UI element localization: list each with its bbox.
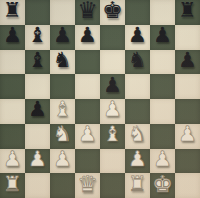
square-g8[interactable] [150, 0, 175, 25]
square-a1[interactable]: ♜ [0, 173, 25, 198]
square-a8[interactable]: ♜ [0, 0, 25, 25]
square-c4[interactable]: ♝ [50, 99, 75, 124]
square-d1[interactable]: ♛ [75, 173, 100, 198]
square-d8[interactable]: ♛ [75, 0, 100, 25]
square-a3[interactable] [0, 124, 25, 149]
black-knight-f6[interactable]: ♞ [128, 50, 147, 71]
square-g2[interactable]: ♟ [150, 149, 175, 174]
black-pawn-e5[interactable]: ♟ [103, 75, 122, 96]
chess-board: ♜♛♚♜♟♝♟♟♟♟♝♞♞♟♟♟♝♟♞♟♝♞♟♟♟♟♟♟♜♛♜♚ [0, 0, 200, 198]
square-g1[interactable]: ♚ [150, 173, 175, 198]
square-a6[interactable] [0, 50, 25, 75]
chessboard-photo: ♜♛♚♜♟♝♟♟♟♟♝♞♞♟♟♟♝♟♞♟♝♞♟♟♟♟♟♟♜♛♜♚ [0, 0, 200, 198]
square-f7[interactable]: ♟ [125, 25, 150, 50]
square-b5[interactable] [25, 74, 50, 99]
square-d5[interactable] [75, 74, 100, 99]
square-f2[interactable]: ♟ [125, 149, 150, 174]
black-rook-h8[interactable]: ♜ [178, 0, 197, 21]
square-a2[interactable]: ♟ [0, 149, 25, 174]
square-d4[interactable] [75, 99, 100, 124]
black-pawn-h6[interactable]: ♟ [178, 50, 197, 71]
white-pawn-e4[interactable]: ♟ [103, 99, 122, 120]
square-b8[interactable] [25, 0, 50, 25]
square-f8[interactable] [125, 0, 150, 25]
square-b1[interactable] [25, 173, 50, 198]
black-pawn-c7[interactable]: ♟ [53, 25, 72, 46]
square-g5[interactable] [150, 74, 175, 99]
white-pawn-d3[interactable]: ♟ [78, 124, 97, 145]
square-c6[interactable]: ♞ [50, 50, 75, 75]
square-h1[interactable] [175, 173, 200, 198]
square-d7[interactable]: ♟ [75, 25, 100, 50]
square-e4[interactable]: ♟ [100, 99, 125, 124]
square-c8[interactable] [50, 0, 75, 25]
black-pawn-f7[interactable]: ♟ [128, 25, 147, 46]
white-pawn-g2[interactable]: ♟ [153, 149, 172, 170]
square-e6[interactable] [100, 50, 125, 75]
square-d2[interactable] [75, 149, 100, 174]
square-e5[interactable]: ♟ [100, 74, 125, 99]
square-b7[interactable]: ♝ [25, 25, 50, 50]
white-pawn-f2[interactable]: ♟ [128, 149, 147, 170]
square-c7[interactable]: ♟ [50, 25, 75, 50]
white-queen-d1[interactable]: ♛ [77, 173, 98, 196]
black-pawn-g7[interactable]: ♟ [153, 25, 172, 46]
square-b4[interactable]: ♟ [25, 99, 50, 124]
square-c3[interactable]: ♞ [50, 124, 75, 149]
square-f1[interactable]: ♜ [125, 173, 150, 198]
black-knight-c6[interactable]: ♞ [53, 50, 72, 71]
square-e3[interactable]: ♝ [100, 124, 125, 149]
black-king-e8[interactable]: ♚ [102, 0, 123, 22]
white-knight-f3[interactable]: ♞ [128, 124, 147, 145]
square-c5[interactable] [50, 74, 75, 99]
white-rook-a1[interactable]: ♜ [3, 174, 22, 195]
square-e8[interactable]: ♚ [100, 0, 125, 25]
white-pawn-a2[interactable]: ♟ [3, 149, 22, 170]
square-f4[interactable] [125, 99, 150, 124]
square-h6[interactable]: ♟ [175, 50, 200, 75]
white-king-g1[interactable]: ♚ [152, 173, 173, 196]
square-e2[interactable] [100, 149, 125, 174]
square-d3[interactable]: ♟ [75, 124, 100, 149]
black-bishop-b7[interactable]: ♝ [28, 25, 47, 46]
white-pawn-h3[interactable]: ♟ [178, 124, 197, 145]
white-bishop-c4[interactable]: ♝ [53, 99, 72, 120]
square-g7[interactable]: ♟ [150, 25, 175, 50]
black-bishop-b6[interactable]: ♝ [28, 50, 47, 71]
square-e7[interactable] [100, 25, 125, 50]
square-h3[interactable]: ♟ [175, 124, 200, 149]
square-a4[interactable] [0, 99, 25, 124]
square-f6[interactable]: ♞ [125, 50, 150, 75]
square-h7[interactable] [175, 25, 200, 50]
square-b2[interactable]: ♟ [25, 149, 50, 174]
white-pawn-c2[interactable]: ♟ [53, 149, 72, 170]
black-rook-a8[interactable]: ♜ [3, 0, 22, 21]
square-h8[interactable]: ♜ [175, 0, 200, 25]
square-a5[interactable] [0, 74, 25, 99]
square-d6[interactable] [75, 50, 100, 75]
square-h2[interactable] [175, 149, 200, 174]
square-g6[interactable] [150, 50, 175, 75]
square-a7[interactable]: ♟ [0, 25, 25, 50]
white-bishop-e3[interactable]: ♝ [103, 124, 122, 145]
black-pawn-b4[interactable]: ♟ [28, 99, 47, 120]
black-pawn-a7[interactable]: ♟ [3, 25, 22, 46]
square-h4[interactable] [175, 99, 200, 124]
square-g3[interactable] [150, 124, 175, 149]
square-b6[interactable]: ♝ [25, 50, 50, 75]
black-pawn-d7[interactable]: ♟ [78, 25, 97, 46]
square-c1[interactable] [50, 173, 75, 198]
square-f3[interactable]: ♞ [125, 124, 150, 149]
black-queen-d8[interactable]: ♛ [77, 0, 98, 22]
square-g4[interactable] [150, 99, 175, 124]
square-f5[interactable] [125, 74, 150, 99]
square-h5[interactable] [175, 74, 200, 99]
white-knight-c3[interactable]: ♞ [53, 124, 72, 145]
white-rook-f1[interactable]: ♜ [128, 174, 147, 195]
square-e1[interactable] [100, 173, 125, 198]
square-c2[interactable]: ♟ [50, 149, 75, 174]
white-pawn-b2[interactable]: ♟ [28, 149, 47, 170]
square-b3[interactable] [25, 124, 50, 149]
